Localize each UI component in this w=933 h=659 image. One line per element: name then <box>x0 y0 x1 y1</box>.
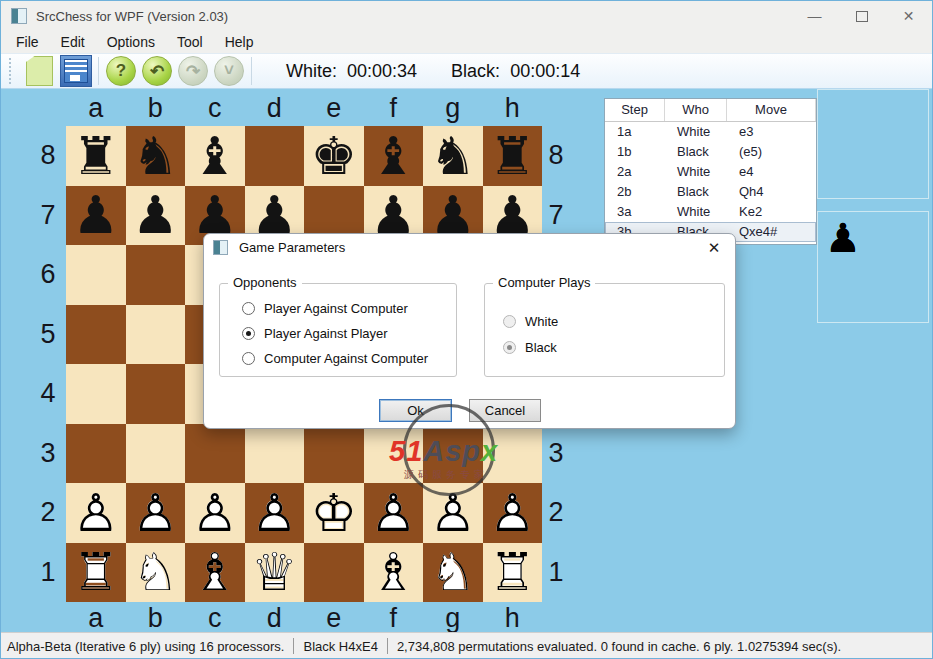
radio-icon <box>503 341 516 354</box>
radio-label: Player Against Player <box>264 326 388 341</box>
move-row-1a[interactable]: 1aWhitee3 <box>605 122 816 142</box>
piece-white-pawn: ♟♙ <box>245 483 305 543</box>
square-c3[interactable] <box>185 424 245 484</box>
move-cell-who: Black <box>665 182 727 202</box>
captured-pieces-tray-top <box>817 89 929 199</box>
rank-label-2: 2 <box>543 483 569 543</box>
piece-black-rook: ♜ <box>483 126 543 186</box>
rank-label-5: 5 <box>35 305 61 365</box>
square-a6[interactable] <box>66 245 126 305</box>
floppy-disk-icon <box>64 59 88 83</box>
square-c2[interactable]: ♟♙ <box>185 483 245 543</box>
game-parameters-dialog: Game Parameters ✕ Opponents Player Again… <box>203 233 736 429</box>
status-search-stats: 2,734,808 permutations evaluated. 0 foun… <box>397 639 841 654</box>
piece-black-king: ♚ <box>304 126 364 186</box>
square-a1[interactable]: ♜♖ <box>66 543 126 603</box>
window-controls: — ✕ <box>791 1 932 31</box>
move-cell-who: White <box>665 122 727 142</box>
black-clock-time: 00:00:14 <box>510 61 580 82</box>
status-separator <box>387 638 388 654</box>
piece-white-pawn: ♟♙ <box>185 483 245 543</box>
move-list: Step Who Move 1aWhitee31bBlack(e5)2aWhit… <box>604 98 817 245</box>
move-cell-move: Qxe4# <box>727 222 816 242</box>
square-b7[interactable]: ♟ <box>126 186 186 246</box>
app-window: SrcChess for WPF (Version 2.03) — ✕ File… <box>0 0 933 659</box>
menu-options[interactable]: Options <box>96 33 166 51</box>
square-e2[interactable]: ♚♔ <box>304 483 364 543</box>
save-game-button[interactable] <box>60 55 92 87</box>
piece-white-pawn: ♟♙ <box>66 483 126 543</box>
toolbar: ? ↶ ↷ ˅ White: 00:00:34 Black: 00:00:14 <box>1 53 932 89</box>
piece-white-bishop: ♝♗ <box>185 543 245 603</box>
dialog-icon <box>213 240 228 255</box>
move-cell-step: 2a <box>605 162 665 182</box>
file-label-c: c <box>185 603 245 634</box>
square-g1[interactable]: ♞♘ <box>423 543 483 603</box>
radio-icon[interactable] <box>242 352 255 365</box>
square-b2[interactable]: ♟♙ <box>126 483 186 543</box>
piece-black-rook: ♜ <box>66 126 126 186</box>
watermark-51: 51 <box>389 435 423 467</box>
watermark-subtitle: 源码服务专家 <box>404 468 488 482</box>
computer-plays-options: WhiteBlack <box>485 284 724 360</box>
square-a2[interactable]: ♟♙ <box>66 483 126 543</box>
status-bar: Alpha-Beta (Iterative 6 ply) using 16 pr… <box>1 632 932 659</box>
square-f8[interactable]: ♝ <box>364 126 424 186</box>
file-label-a: a <box>66 603 126 634</box>
maximize-icon <box>856 11 868 22</box>
file-label-h: h <box>483 603 543 634</box>
menu-help[interactable]: Help <box>214 33 265 51</box>
close-button[interactable]: ✕ <box>885 1 932 31</box>
square-d8[interactable] <box>245 126 305 186</box>
minimize-button[interactable]: — <box>791 1 838 31</box>
rank-label-3: 3 <box>543 424 569 484</box>
main-area: ♜♞♝♚♝♞♜♟♟♟♟♟♟♟♟♛♟♙♟♙♟♙♟♙♚♔♟♙♟♙♟♙♜♖♞♘♝♗♛♕… <box>1 89 932 632</box>
piece-black-pawn: ♟ <box>66 186 126 246</box>
square-b3[interactable] <box>126 424 186 484</box>
column-header-who[interactable]: Who <box>665 99 727 121</box>
square-c1[interactable]: ♝♗ <box>185 543 245 603</box>
square-e3[interactable] <box>304 424 364 484</box>
square-b6[interactable] <box>126 245 186 305</box>
play-button-disabled: ˅ <box>214 56 244 86</box>
computer-plays-group: Computer Plays WhiteBlack <box>484 283 725 377</box>
piece-white-rook: ♜♖ <box>483 543 543 603</box>
square-f2[interactable]: ♟♙ <box>364 483 424 543</box>
move-list-body: 1aWhitee31bBlack(e5)2aWhitee42bBlackQh43… <box>605 122 816 242</box>
rank-label-4: 4 <box>35 364 61 424</box>
rank-label-1: 1 <box>543 543 569 603</box>
file-label-b: b <box>126 603 186 634</box>
file-label-e: e <box>304 603 364 634</box>
status-separator <box>293 638 294 654</box>
piece-white-pawn: ♟♙ <box>364 483 424 543</box>
rank-label-3: 3 <box>35 424 61 484</box>
toolbar-separator <box>251 57 252 85</box>
watermark-x: x <box>481 435 498 467</box>
square-b8[interactable]: ♞ <box>126 126 186 186</box>
radio-icon <box>503 315 516 328</box>
square-h8[interactable]: ♜ <box>483 126 543 186</box>
opponents-group: Opponents Player Against ComputerPlayer … <box>219 283 457 377</box>
column-header-step[interactable]: Step <box>605 99 665 121</box>
move-row-1b[interactable]: 1bBlack(e5) <box>605 142 816 162</box>
square-f1[interactable]: ♝♗ <box>364 543 424 603</box>
square-b4[interactable] <box>126 364 186 424</box>
move-cell-move: Qh4 <box>727 182 816 202</box>
status-engine-info: Alpha-Beta (Iterative 6 ply) using 16 pr… <box>7 639 284 654</box>
piece-black-knight: ♞ <box>423 126 483 186</box>
watermark-asp: Asp <box>423 435 481 467</box>
rank-label-1: 1 <box>35 543 61 603</box>
maximize-button[interactable] <box>838 1 885 31</box>
radio-opponents-computer-against-computer[interactable]: Computer Against Computer <box>242 346 456 371</box>
rank-label-8: 8 <box>543 126 569 186</box>
piece-black-pawn: ♟ <box>126 186 186 246</box>
rank-label-6: 6 <box>35 245 61 305</box>
file-label-f: f <box>364 93 424 124</box>
piece-black-bishop: ♝ <box>364 126 424 186</box>
file-label-f: f <box>364 603 424 634</box>
file-label-e: e <box>304 93 364 124</box>
piece-white-pawn: ♟♙ <box>126 483 186 543</box>
move-row-2b[interactable]: 2bBlackQh4 <box>605 182 816 202</box>
piece-white-knight: ♞♘ <box>126 543 186 603</box>
square-d1[interactable]: ♛♕ <box>245 543 305 603</box>
piece-white-rook: ♜♖ <box>66 543 126 603</box>
undo-button[interactable]: ↶ <box>142 56 172 86</box>
move-cell-move: (e5) <box>727 142 816 162</box>
white-clock-label: White: <box>286 61 337 82</box>
square-e8[interactable]: ♚ <box>304 126 364 186</box>
piece-white-knight: ♞♘ <box>423 543 483 603</box>
captured-pieces-tray-bottom: ♟♙ <box>817 211 929 323</box>
title-bar: SrcChess for WPF (Version 2.03) — ✕ <box>1 1 932 31</box>
file-label-g: g <box>423 93 483 124</box>
game-clocks: White: 00:00:34 Black: 00:00:14 <box>286 54 580 88</box>
file-label-d: d <box>245 603 305 634</box>
piece-white-pawn: ♟♙ <box>483 483 543 543</box>
dialog-title-bar: Game Parameters ✕ <box>204 234 735 261</box>
redo-button-disabled: ↷ <box>178 56 208 86</box>
toolbar-grip[interactable] <box>9 58 14 84</box>
toolbar-separator <box>98 57 99 85</box>
square-d3[interactable] <box>245 424 305 484</box>
move-cell-move: e3 <box>727 122 816 142</box>
radio-icon[interactable] <box>242 327 255 340</box>
piece-black-knight: ♞ <box>126 126 186 186</box>
new-game-icon[interactable] <box>26 56 53 86</box>
menu-bar: FileEditOptionsToolHelp <box>1 31 932 53</box>
move-cell-step: 2b <box>605 182 665 202</box>
move-cell-move: Ke2 <box>727 202 816 222</box>
piece-white-queen: ♛♕ <box>245 543 305 603</box>
rank-label-2: 2 <box>35 483 61 543</box>
radio-icon[interactable] <box>242 302 255 315</box>
move-cell-step: 3a <box>605 202 665 222</box>
piece-white-bishop: ♝♗ <box>364 543 424 603</box>
radio-label: Black <box>525 340 557 355</box>
file-label-b: b <box>126 93 186 124</box>
file-label-g: g <box>423 603 483 634</box>
white-clock: White: 00:00:34 <box>286 61 417 82</box>
square-e1[interactable] <box>304 543 364 603</box>
menu-file[interactable]: File <box>5 33 50 51</box>
radio-computer-plays-black: Black <box>503 334 724 360</box>
radio-opponents-player-against-player[interactable]: Player Against Player <box>242 321 456 346</box>
move-row-2a[interactable]: 2aWhitee4 <box>605 162 816 182</box>
piece-white-pawn: ♟♙ <box>820 215 866 261</box>
dialog-title: Game Parameters <box>239 240 699 255</box>
move-list-header: Step Who Move <box>605 99 816 122</box>
black-clock: Black: 00:00:14 <box>451 61 580 82</box>
opponents-options: Player Against ComputerPlayer Against Pl… <box>220 284 456 371</box>
hint-button[interactable]: ? <box>106 56 136 86</box>
move-cell-who: White <box>665 162 727 182</box>
piece-white-king: ♚♔ <box>304 483 364 543</box>
column-header-move[interactable]: Move <box>727 99 816 121</box>
file-label-h: h <box>483 93 543 124</box>
rank-label-8: 8 <box>35 126 61 186</box>
menu-tool[interactable]: Tool <box>166 33 214 51</box>
move-cell-who: White <box>665 202 727 222</box>
dialog-close-button[interactable]: ✕ <box>699 237 729 259</box>
square-b1[interactable]: ♞♘ <box>126 543 186 603</box>
watermark-logo: 51Aspx <box>389 435 498 468</box>
move-cell-move: e4 <box>727 162 816 182</box>
piece-black-bishop: ♝ <box>185 126 245 186</box>
square-c8[interactable]: ♝ <box>185 126 245 186</box>
file-label-d: d <box>245 93 305 124</box>
menu-edit[interactable]: Edit <box>50 33 96 51</box>
black-clock-label: Black: <box>451 61 500 82</box>
rank-label-7: 7 <box>35 186 61 246</box>
radio-computer-plays-white: White <box>503 308 724 334</box>
window-title: SrcChess for WPF (Version 2.03) <box>36 9 228 24</box>
file-label-c: c <box>185 93 245 124</box>
square-h1[interactable]: ♜♖ <box>483 543 543 603</box>
square-a7[interactable]: ♟ <box>66 186 126 246</box>
radio-label: White <box>525 314 558 329</box>
square-a3[interactable] <box>66 424 126 484</box>
file-label-a: a <box>66 93 126 124</box>
square-g8[interactable]: ♞ <box>423 126 483 186</box>
square-a5[interactable] <box>66 305 126 365</box>
square-h2[interactable]: ♟♙ <box>483 483 543 543</box>
radio-label: Player Against Computer <box>264 301 408 316</box>
square-d2[interactable]: ♟♙ <box>245 483 305 543</box>
radio-label: Computer Against Computer <box>264 351 428 366</box>
app-icon <box>11 8 27 24</box>
status-last-move: Black H4xE4 <box>303 639 377 654</box>
white-clock-time: 00:00:34 <box>347 61 417 82</box>
move-cell-step: 1a <box>605 122 665 142</box>
square-b5[interactable] <box>126 305 186 365</box>
square-a8[interactable]: ♜ <box>66 126 126 186</box>
move-cell-who: Black <box>665 142 727 162</box>
move-cell-step: 1b <box>605 142 665 162</box>
radio-opponents-player-against-computer[interactable]: Player Against Computer <box>242 296 456 321</box>
square-a4[interactable] <box>66 364 126 424</box>
move-row-3a[interactable]: 3aWhiteKe2 <box>605 202 816 222</box>
